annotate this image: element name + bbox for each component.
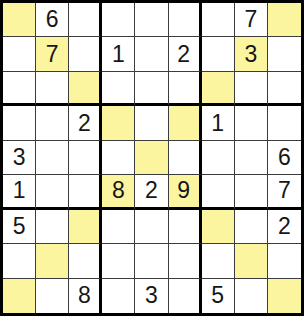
sudoku-cell-r7c8[interactable] xyxy=(235,210,268,244)
given-digit: 7 xyxy=(244,8,257,31)
sudoku-cell-r7c1[interactable]: 5 xyxy=(3,210,36,244)
sudoku-cell-r4c2[interactable] xyxy=(36,106,69,140)
sudoku-cell-r1c8[interactable]: 7 xyxy=(235,3,268,37)
sudoku-cell-r5c9[interactable]: 6 xyxy=(268,141,301,175)
sudoku-cell-r3c6[interactable] xyxy=(169,72,202,106)
given-digit: 1 xyxy=(13,179,26,202)
sudoku-cell-r5c4[interactable] xyxy=(102,141,135,175)
sudoku-cell-r6c9[interactable]: 7 xyxy=(268,175,301,209)
sudoku-cell-r3c5[interactable] xyxy=(135,72,168,106)
sudoku-cell-r7c7[interactable] xyxy=(202,210,235,244)
sudoku-cell-r2c2[interactable]: 7 xyxy=(36,37,69,71)
sudoku-cell-r4c1[interactable] xyxy=(3,106,36,140)
given-digit: 8 xyxy=(78,284,91,307)
sudoku-cell-r7c5[interactable] xyxy=(135,210,168,244)
sudoku-cell-r3c8[interactable] xyxy=(235,72,268,106)
sudoku-cell-r8c8[interactable] xyxy=(235,244,268,278)
sudoku-cell-r8c5[interactable] xyxy=(135,244,168,278)
sudoku-cell-r1c2[interactable]: 6 xyxy=(36,3,69,37)
sudoku-cell-r6c1[interactable]: 1 xyxy=(3,175,36,209)
sudoku-cell-r3c7[interactable] xyxy=(202,72,235,106)
sudoku-cell-r6c3[interactable] xyxy=(69,175,102,209)
sudoku-cell-r7c4[interactable] xyxy=(102,210,135,244)
sudoku-cell-r9c6[interactable] xyxy=(169,279,202,313)
sudoku-cell-r2c4[interactable]: 1 xyxy=(102,37,135,71)
sudoku-cell-r7c2[interactable] xyxy=(36,210,69,244)
given-digit: 5 xyxy=(211,284,224,307)
sudoku-cell-r1c1[interactable] xyxy=(3,3,36,37)
sudoku-cell-r9c3[interactable]: 8 xyxy=(69,279,102,313)
given-digit: 7 xyxy=(46,43,59,66)
sudoku-cell-r8c4[interactable] xyxy=(102,244,135,278)
sudoku-cell-r5c6[interactable] xyxy=(169,141,202,175)
sudoku-cell-r9c9[interactable] xyxy=(268,279,301,313)
sudoku-cell-r2c6[interactable]: 2 xyxy=(169,37,202,71)
sudoku-cell-r5c5[interactable] xyxy=(135,141,168,175)
given-digit: 3 xyxy=(145,284,158,307)
given-digit: 1 xyxy=(211,112,224,135)
sudoku-cell-r2c1[interactable] xyxy=(3,37,36,71)
sudoku-cell-r8c9[interactable] xyxy=(268,244,301,278)
sudoku-cell-r6c4[interactable]: 8 xyxy=(102,175,135,209)
sudoku-cell-r5c1[interactable]: 3 xyxy=(3,141,36,175)
sudoku-cell-r6c7[interactable] xyxy=(202,175,235,209)
sudoku-cell-r1c4[interactable] xyxy=(102,3,135,37)
given-digit: 2 xyxy=(278,215,291,238)
sudoku-cell-r3c3[interactable] xyxy=(69,72,102,106)
sudoku-cell-r9c7[interactable]: 5 xyxy=(202,279,235,313)
sudoku-cell-r4c4[interactable] xyxy=(102,106,135,140)
given-digit: 3 xyxy=(13,146,26,169)
sudoku-cell-r2c9[interactable] xyxy=(268,37,301,71)
sudoku-cell-r3c1[interactable] xyxy=(3,72,36,106)
sudoku-cell-r6c5[interactable]: 2 xyxy=(135,175,168,209)
sudoku-cell-r4c5[interactable] xyxy=(135,106,168,140)
sudoku-cell-r6c6[interactable]: 9 xyxy=(169,175,202,209)
sudoku-cell-r7c3[interactable] xyxy=(69,210,102,244)
sudoku-cell-r9c2[interactable] xyxy=(36,279,69,313)
sudoku-cell-r9c5[interactable]: 3 xyxy=(135,279,168,313)
given-digit: 2 xyxy=(177,43,190,66)
sudoku-cell-r4c3[interactable]: 2 xyxy=(69,106,102,140)
sudoku-cell-r2c5[interactable] xyxy=(135,37,168,71)
sudoku-cell-r6c2[interactable] xyxy=(36,175,69,209)
sudoku-cell-r3c2[interactable] xyxy=(36,72,69,106)
sudoku-cell-r4c6[interactable] xyxy=(169,106,202,140)
sudoku-cell-r4c9[interactable] xyxy=(268,106,301,140)
sudoku-cell-r2c7[interactable] xyxy=(202,37,235,71)
sudoku-board: 67712321361829752835 xyxy=(0,0,304,316)
sudoku-cell-r3c9[interactable] xyxy=(268,72,301,106)
sudoku-cell-r9c4[interactable] xyxy=(102,279,135,313)
sudoku-cell-r1c9[interactable] xyxy=(268,3,301,37)
sudoku-cell-r7c6[interactable] xyxy=(169,210,202,244)
given-digit: 7 xyxy=(278,179,291,202)
sudoku-cell-r1c3[interactable] xyxy=(69,3,102,37)
sudoku-cell-r8c7[interactable] xyxy=(202,244,235,278)
sudoku-cell-r8c6[interactable] xyxy=(169,244,202,278)
sudoku-cell-r9c1[interactable] xyxy=(3,279,36,313)
sudoku-cell-r4c7[interactable]: 1 xyxy=(202,106,235,140)
given-digit: 6 xyxy=(46,8,59,31)
sudoku-cell-r3c4[interactable] xyxy=(102,72,135,106)
sudoku-cell-r1c5[interactable] xyxy=(135,3,168,37)
given-digit: 3 xyxy=(244,43,257,66)
given-digit: 5 xyxy=(13,215,26,238)
given-digit: 6 xyxy=(278,146,291,169)
sudoku-cell-r5c8[interactable] xyxy=(235,141,268,175)
sudoku-cell-r7c9[interactable]: 2 xyxy=(268,210,301,244)
sudoku-cell-r8c2[interactable] xyxy=(36,244,69,278)
given-digit: 8 xyxy=(112,179,125,202)
sudoku-cell-r8c1[interactable] xyxy=(3,244,36,278)
sudoku-cell-r1c7[interactable] xyxy=(202,3,235,37)
given-digit: 2 xyxy=(145,179,158,202)
sudoku-cell-r8c3[interactable] xyxy=(69,244,102,278)
sudoku-cell-r4c8[interactable] xyxy=(235,106,268,140)
sudoku-cell-r5c3[interactable] xyxy=(69,141,102,175)
sudoku-cell-r1c6[interactable] xyxy=(169,3,202,37)
sudoku-cell-r2c3[interactable] xyxy=(69,37,102,71)
given-digit: 1 xyxy=(112,43,125,66)
sudoku-cell-r2c8[interactable]: 3 xyxy=(235,37,268,71)
sudoku-cell-r9c8[interactable] xyxy=(235,279,268,313)
given-digit: 9 xyxy=(177,179,190,202)
given-digit: 2 xyxy=(78,112,91,135)
sudoku-cell-r5c7[interactable] xyxy=(202,141,235,175)
sudoku-cell-r6c8[interactable] xyxy=(235,175,268,209)
sudoku-cell-r5c2[interactable] xyxy=(36,141,69,175)
